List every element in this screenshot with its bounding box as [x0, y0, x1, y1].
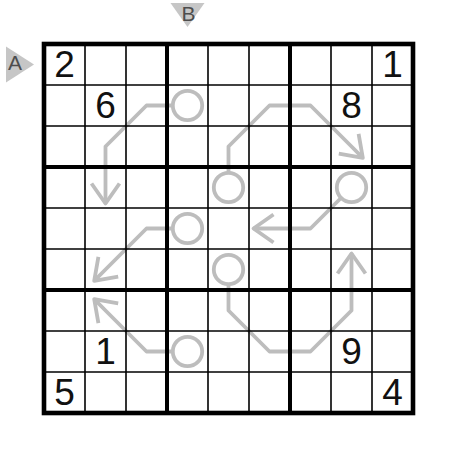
cell-r3c6[interactable]	[249, 126, 290, 167]
cell-r3c8[interactable]	[331, 126, 372, 167]
cell-r8c3[interactable]	[126, 331, 167, 372]
cell-r4c8[interactable]	[331, 167, 372, 208]
cell-r9c9: 4	[372, 372, 413, 413]
cell-r2c4[interactable]	[167, 85, 208, 126]
cell-r6c7[interactable]	[290, 249, 331, 290]
cell-r8c8: 9	[331, 331, 372, 372]
cell-r4c5[interactable]	[208, 167, 249, 208]
cell-r7c8[interactable]	[331, 290, 372, 331]
cell-r4c4[interactable]	[167, 167, 208, 208]
cell-r6c6[interactable]	[249, 249, 290, 290]
cell-r6c4[interactable]	[167, 249, 208, 290]
cell-r5c5[interactable]	[208, 208, 249, 249]
cell-r4c9[interactable]	[372, 167, 413, 208]
cell-r5c4[interactable]	[167, 208, 208, 249]
cell-r2c5[interactable]	[208, 85, 249, 126]
cell-r1c6[interactable]	[249, 44, 290, 85]
cell-r5c2[interactable]	[85, 208, 126, 249]
cell-r5c3[interactable]	[126, 208, 167, 249]
cell-r3c2[interactable]	[85, 126, 126, 167]
cell-r2c9[interactable]	[372, 85, 413, 126]
cell-r3c4[interactable]	[167, 126, 208, 167]
cell-r6c2[interactable]	[85, 249, 126, 290]
cell-r4c2[interactable]	[85, 167, 126, 208]
cell-r5c7[interactable]	[290, 208, 331, 249]
cell-r2c7[interactable]	[290, 85, 331, 126]
cell-r6c9[interactable]	[372, 249, 413, 290]
cell-r8c7[interactable]	[290, 331, 331, 372]
cell-r6c8[interactable]	[331, 249, 372, 290]
cell-r8c2: 1	[85, 331, 126, 372]
cell-r6c3[interactable]	[126, 249, 167, 290]
cell-r1c5[interactable]	[208, 44, 249, 85]
cell-r7c7[interactable]	[290, 290, 331, 331]
cell-r1c2[interactable]	[85, 44, 126, 85]
cell-r3c9[interactable]	[372, 126, 413, 167]
cell-r9c2[interactable]	[85, 372, 126, 413]
cell-r2c8: 8	[331, 85, 372, 126]
cell-r7c5[interactable]	[208, 290, 249, 331]
cell-r1c7[interactable]	[290, 44, 331, 85]
cell-r1c9: 1	[372, 44, 413, 85]
cell-r8c4[interactable]	[167, 331, 208, 372]
cell-r8c5[interactable]	[208, 331, 249, 372]
cell-r8c9[interactable]	[372, 331, 413, 372]
cell-r6c1[interactable]	[44, 249, 85, 290]
cell-r9c5[interactable]	[208, 372, 249, 413]
cell-r5c1[interactable]	[44, 208, 85, 249]
cell-r2c6[interactable]	[249, 85, 290, 126]
cell-r3c1[interactable]	[44, 126, 85, 167]
cell-r5c8[interactable]	[331, 208, 372, 249]
cell-r1c1: 2	[44, 44, 85, 85]
cell-r6c5[interactable]	[208, 249, 249, 290]
cell-r3c5[interactable]	[208, 126, 249, 167]
cell-r7c4[interactable]	[167, 290, 208, 331]
cell-r8c6[interactable]	[249, 331, 290, 372]
cell-r3c7[interactable]	[290, 126, 331, 167]
cell-r1c4[interactable]	[167, 44, 208, 85]
cell-r4c3[interactable]	[126, 167, 167, 208]
cell-r4c7[interactable]	[290, 167, 331, 208]
cell-r9c3[interactable]	[126, 372, 167, 413]
cell-r7c9[interactable]	[372, 290, 413, 331]
cell-r9c6[interactable]	[249, 372, 290, 413]
cell-r9c1: 5	[44, 372, 85, 413]
cell-r2c1[interactable]	[44, 85, 85, 126]
cell-r2c3[interactable]	[126, 85, 167, 126]
cell-r2c2: 6	[85, 85, 126, 126]
cell-r4c1[interactable]	[44, 167, 85, 208]
cell-r9c4[interactable]	[167, 372, 208, 413]
cell-r7c3[interactable]	[126, 290, 167, 331]
cell-r7c1[interactable]	[44, 290, 85, 331]
cell-r7c2[interactable]	[85, 290, 126, 331]
marker-a-label: A	[8, 51, 22, 74]
arrow-sudoku-puzzle: AB 21681954	[0, 0, 459, 459]
cell-r5c9[interactable]	[372, 208, 413, 249]
cell-r1c8[interactable]	[331, 44, 372, 85]
sudoku-board: 21681954	[44, 44, 413, 413]
cell-r8c1[interactable]	[44, 331, 85, 372]
cell-r1c3[interactable]	[126, 44, 167, 85]
cell-r4c6[interactable]	[249, 167, 290, 208]
cell-r9c7[interactable]	[290, 372, 331, 413]
cell-r5c6[interactable]	[249, 208, 290, 249]
cell-r7c6[interactable]	[249, 290, 290, 331]
marker-b-label: B	[181, 2, 195, 25]
cell-r9c8[interactable]	[331, 372, 372, 413]
cell-r3c3[interactable]	[126, 126, 167, 167]
